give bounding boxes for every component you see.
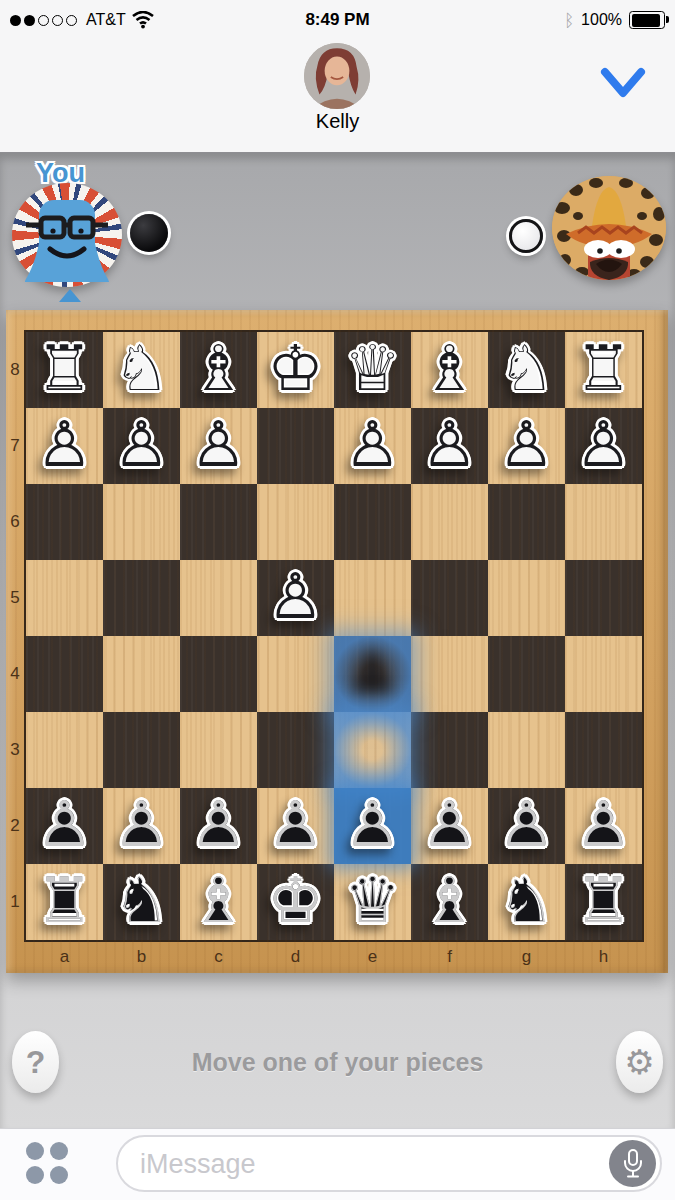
status-bar: AT&T 8:49 PM ᛒ 100% [0,0,675,40]
square-a4[interactable] [26,636,103,712]
square-a2[interactable]: ♟♙ [26,788,103,864]
square-a8[interactable]: ♜♖ [26,332,103,408]
square-a3[interactable] [26,712,103,788]
square-a5[interactable] [26,560,103,636]
square-b3[interactable] [103,712,180,788]
square-g2[interactable]: ♟♙ [488,788,565,864]
square-f7[interactable]: ♟♙ [411,408,488,484]
file-label-g: g [488,944,565,970]
file-label-d: d [257,944,334,970]
square-b6[interactable] [103,484,180,560]
square-f5[interactable] [411,560,488,636]
black-bishop-piece[interactable]: ♝♗ [411,864,488,940]
white-stone-icon [509,219,543,253]
black-pawn-piece[interactable]: ♟♙ [103,788,180,864]
file-label-a: a [26,944,103,970]
black-pawn-piece[interactable]: ♟♙ [334,788,411,864]
square-d1[interactable]: ♚♔ [257,864,334,940]
white-pawn-piece[interactable]: ♟♙ [334,408,411,484]
rank-label-1: 1 [6,864,24,940]
rank-label-5: 5 [6,560,24,636]
rank-label-2: 2 [6,788,24,864]
square-b4[interactable] [103,636,180,712]
square-c7[interactable]: ♟♙ [180,408,257,484]
square-e6[interactable] [334,484,411,560]
square-h8[interactable]: ♜♖ [565,332,642,408]
white-knight-piece[interactable]: ♞♘ [103,332,180,408]
square-g5[interactable] [488,560,565,636]
white-bishop-piece[interactable]: ♝♗ [411,332,488,408]
square-d4[interactable] [257,636,334,712]
square-h2[interactable]: ♟♙ [565,788,642,864]
square-d7[interactable] [257,408,334,484]
rank-label-7: 7 [6,408,24,484]
file-label-f: f [411,944,488,970]
black-stone-icon [130,214,168,252]
white-queen-piece[interactable]: ♛♕ [334,332,411,408]
file-label-c: c [180,944,257,970]
rank-label-6: 6 [6,484,24,560]
you-avatar[interactable] [12,183,122,287]
square-d6[interactable] [257,484,334,560]
square-h3[interactable] [565,712,642,788]
square-f4[interactable] [411,636,488,712]
square-e3[interactable] [334,712,411,788]
white-pawn-piece[interactable]: ♟♙ [411,408,488,484]
square-e1[interactable]: ♛♕ [334,864,411,940]
turn-pointer-icon [59,289,81,302]
square-f1[interactable]: ♝♗ [411,864,488,940]
square-c4[interactable] [180,636,257,712]
white-pawn-piece[interactable]: ♟♙ [180,408,257,484]
square-e4[interactable]: ♟ [334,636,411,712]
mic-button[interactable] [609,1140,656,1187]
white-king-piece[interactable]: ♚♔ [257,332,334,408]
black-pawn-piece[interactable]: ♟♙ [257,788,334,864]
black-king-piece[interactable]: ♚♔ [257,864,334,940]
square-a6[interactable] [26,484,103,560]
square-c3[interactable] [180,712,257,788]
square-a7[interactable]: ♟♙ [26,408,103,484]
ghost-pawn-icon: ♟ [334,636,411,712]
white-rook-piece[interactable]: ♜♖ [26,332,103,408]
chevron-down-icon[interactable] [599,62,647,104]
square-c1[interactable]: ♝♗ [180,864,257,940]
square-b2[interactable]: ♟♙ [103,788,180,864]
white-pawn-piece[interactable]: ♟♙ [565,408,642,484]
square-g1[interactable]: ♞♘ [488,864,565,940]
black-rook-piece[interactable]: ♜♖ [26,864,103,940]
file-labels: abcdefgh [26,944,642,970]
square-c8[interactable]: ♝♗ [180,332,257,408]
black-pawn-piece[interactable]: ♟♙ [26,788,103,864]
square-d3[interactable] [257,712,334,788]
chess-game-view: You [0,153,675,1128]
rank-label-4: 4 [6,636,24,712]
square-g3[interactable] [488,712,565,788]
square-g6[interactable] [488,484,565,560]
message-field-pill [116,1135,662,1192]
conversation-header: AT&T 8:49 PM ᛒ 100% Kelly [0,0,675,153]
square-f8[interactable]: ♝♗ [411,332,488,408]
square-f2[interactable]: ♟♙ [411,788,488,864]
black-knight-piece[interactable]: ♞♘ [103,864,180,940]
file-label-e: e [334,944,411,970]
black-pawn-piece[interactable]: ♟♙ [565,788,642,864]
black-bishop-piece[interactable]: ♝♗ [180,864,257,940]
black-queen-piece[interactable]: ♛♕ [334,864,411,940]
white-pawn-piece[interactable]: ♟♙ [26,408,103,484]
square-b1[interactable]: ♞♘ [103,864,180,940]
square-f6[interactable] [411,484,488,560]
battery-percent: 100% [581,11,622,29]
contact-name: Kelly [0,110,675,133]
rank-label-3: 3 [6,712,24,788]
square-d8[interactable]: ♚♔ [257,332,334,408]
opponent-avatar[interactable] [552,176,666,280]
square-c6[interactable] [180,484,257,560]
square-h7[interactable]: ♟♙ [565,408,642,484]
board-squares: ♜♖♞♘♝♗♚♔♛♕♝♗♞♘♜♖♟♙♟♙♟♙♟♙♟♙♟♙♟♙♟♙♟♟♙♟♙♟♙♟… [26,332,642,940]
rank-label-8: 8 [6,332,24,408]
microphone-icon [622,1149,644,1179]
square-f3[interactable] [411,712,488,788]
square-e7[interactable]: ♟♙ [334,408,411,484]
square-a1[interactable]: ♜♖ [26,864,103,940]
square-h6[interactable] [565,484,642,560]
file-label-h: h [565,944,642,970]
white-pawn-piece[interactable]: ♟♙ [488,408,565,484]
square-b7[interactable]: ♟♙ [103,408,180,484]
contact-avatar[interactable] [304,43,370,109]
imessage-composer [0,1128,675,1200]
square-c5[interactable] [180,560,257,636]
settings-button[interactable]: ⚙ [616,1031,663,1093]
black-pawn-piece[interactable]: ♟♙ [411,788,488,864]
battery-icon [629,11,665,29]
black-pawn-piece[interactable]: ♟♙ [488,788,565,864]
chess-board: 87654321 ♜♖♞♘♝♗♚♔♛♕♝♗♞♘♜♖♟♙♟♙♟♙♟♙♟♙♟♙♟♙♟… [6,310,668,973]
message-input[interactable] [138,1139,562,1189]
square-h1[interactable]: ♜♖ [565,864,642,940]
app-drawer-icon[interactable] [26,1142,74,1188]
white-pawn-piece[interactable]: ♟♙ [103,408,180,484]
rank-labels: 87654321 [6,332,24,940]
black-rook-piece[interactable]: ♜♖ [565,864,642,940]
bluetooth-icon: ᛒ [564,10,574,30]
square-e8[interactable]: ♛♕ [334,332,411,408]
square-d2[interactable]: ♟♙ [257,788,334,864]
square-b8[interactable]: ♞♘ [103,332,180,408]
white-pawn-piece[interactable]: ♟♙ [257,560,334,636]
white-bishop-piece[interactable]: ♝♗ [180,332,257,408]
status-right: ᛒ 100% [564,0,665,40]
square-e2[interactable]: ♟♙ [334,788,411,864]
gear-icon: ⚙ [624,1042,654,1082]
white-knight-piece[interactable]: ♞♘ [488,332,565,408]
instruction-text: Move one of your pieces [0,1048,675,1077]
square-c2[interactable]: ♟♙ [180,788,257,864]
black-pawn-piece[interactable]: ♟♙ [180,788,257,864]
square-g8[interactable]: ♞♘ [488,332,565,408]
square-d5[interactable]: ♟♙ [257,560,334,636]
white-rook-piece[interactable]: ♜♖ [565,332,642,408]
square-h4[interactable] [565,636,642,712]
square-b5[interactable] [103,560,180,636]
black-knight-piece[interactable]: ♞♘ [488,864,565,940]
square-g7[interactable]: ♟♙ [488,408,565,484]
square-g4[interactable] [488,636,565,712]
square-h5[interactable] [565,560,642,636]
file-label-b: b [103,944,180,970]
square-e5[interactable] [334,560,411,636]
